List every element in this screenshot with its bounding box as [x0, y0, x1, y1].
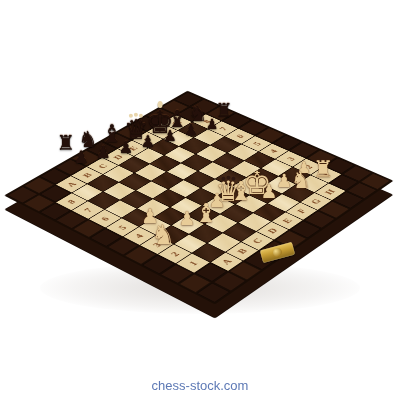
white-rook: ♜	[313, 158, 334, 181]
watermark-text: chess-stock.com	[0, 378, 400, 393]
black-pawn: ♟	[119, 140, 133, 156]
product-photo-scene: ABCDEFGH8877665544332211ABCDEFGH ♜♞♝♟♚♟♛…	[0, 0, 400, 400]
black-pawn: ♟	[73, 149, 88, 166]
crown-tips	[134, 113, 138, 117]
white-pawn: ♟	[260, 182, 277, 201]
crown-tips	[226, 176, 230, 180]
black-pawn: ♟	[141, 134, 155, 150]
black-pawn: ♟	[184, 123, 197, 138]
king-finial	[157, 101, 162, 108]
black-pawn: ♟	[163, 129, 176, 144]
black-pawn: ♟	[95, 144, 110, 161]
white-pawn: ♟	[276, 172, 292, 190]
white-knight: ♞	[291, 169, 312, 192]
white-pawn: ♟	[178, 209, 195, 228]
white-bishop: ♝	[194, 200, 217, 226]
pieces-layer: ♜♞♝♟♚♟♛♟♝♟♞♜♟♟♟♟♜♟♞♚♟♝♛♟♝♟♟♞	[0, 0, 400, 400]
white-knight: ♞	[151, 221, 175, 248]
black-pawn: ♟	[206, 117, 219, 131]
